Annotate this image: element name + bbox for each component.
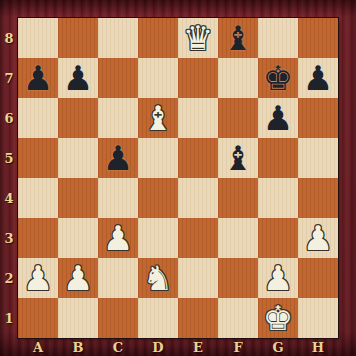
square-h8[interactable] [298,18,338,58]
square-c4[interactable] [98,178,138,218]
square-a6[interactable] [18,98,58,138]
square-a1[interactable] [18,298,58,338]
file-coordinates: A B C D E F G H [18,338,338,356]
square-e4[interactable] [178,178,218,218]
black-bishop[interactable]: ♝ [218,18,258,58]
square-f8[interactable]: ♝ [218,18,258,58]
file-label: A [18,338,58,356]
square-f1[interactable] [218,298,258,338]
square-b2[interactable]: ♟ [58,258,98,298]
square-h5[interactable] [298,138,338,178]
square-f2[interactable] [218,258,258,298]
white-pawn[interactable]: ♟ [258,258,298,298]
square-d2[interactable]: ♞ [138,258,178,298]
square-f3[interactable] [218,218,258,258]
square-g4[interactable] [258,178,298,218]
white-knight[interactable]: ♞ [138,258,178,298]
chessboard-frame: 8 7 6 5 4 3 2 1 ♛♝♟♟♚♟♝♟♟♝♟♟♟♟♞♟♚ A B C … [0,0,356,356]
square-g8[interactable] [258,18,298,58]
square-a7[interactable]: ♟ [18,58,58,98]
square-b5[interactable] [58,138,98,178]
square-h3[interactable]: ♟ [298,218,338,258]
square-d8[interactable] [138,18,178,58]
white-pawn[interactable]: ♟ [98,218,138,258]
square-f4[interactable] [218,178,258,218]
square-f5[interactable]: ♝ [218,138,258,178]
square-h7[interactable]: ♟ [298,58,338,98]
white-king[interactable]: ♚ [258,298,298,338]
white-pawn[interactable]: ♟ [298,218,338,258]
square-d5[interactable] [138,138,178,178]
square-h6[interactable] [298,98,338,138]
square-e3[interactable] [178,218,218,258]
square-c7[interactable] [98,58,138,98]
file-label: E [178,338,218,356]
square-g3[interactable] [258,218,298,258]
square-a4[interactable] [18,178,58,218]
square-e5[interactable] [178,138,218,178]
rank-label: 8 [0,18,18,58]
black-pawn[interactable]: ♟ [18,58,58,98]
file-label: C [98,338,138,356]
square-a8[interactable] [18,18,58,58]
square-b6[interactable] [58,98,98,138]
rank-label: 3 [0,218,18,258]
square-c2[interactable] [98,258,138,298]
square-h1[interactable] [298,298,338,338]
rank-label: 2 [0,258,18,298]
file-label: H [298,338,338,356]
square-a3[interactable] [18,218,58,258]
square-e1[interactable] [178,298,218,338]
square-b7[interactable]: ♟ [58,58,98,98]
black-pawn[interactable]: ♟ [58,58,98,98]
rank-label: 6 [0,98,18,138]
white-bishop[interactable]: ♝ [138,98,178,138]
square-e7[interactable] [178,58,218,98]
square-b8[interactable] [58,18,98,58]
square-d1[interactable] [138,298,178,338]
white-queen[interactable]: ♛ [178,18,218,58]
square-e2[interactable] [178,258,218,298]
white-pawn[interactable]: ♟ [18,258,58,298]
file-label: G [258,338,298,356]
square-g7[interactable]: ♚ [258,58,298,98]
square-d3[interactable] [138,218,178,258]
square-g6[interactable]: ♟ [258,98,298,138]
square-c6[interactable] [98,98,138,138]
square-a2[interactable]: ♟ [18,258,58,298]
black-pawn[interactable]: ♟ [298,58,338,98]
rank-label: 5 [0,138,18,178]
square-b1[interactable] [58,298,98,338]
file-label: F [218,338,258,356]
rank-label: 4 [0,178,18,218]
rank-label: 1 [0,298,18,338]
square-d7[interactable] [138,58,178,98]
square-b4[interactable] [58,178,98,218]
black-king[interactable]: ♚ [258,58,298,98]
square-f6[interactable] [218,98,258,138]
square-c8[interactable] [98,18,138,58]
black-pawn[interactable]: ♟ [98,138,138,178]
square-g5[interactable] [258,138,298,178]
square-c1[interactable] [98,298,138,338]
white-pawn[interactable]: ♟ [58,258,98,298]
square-g1[interactable]: ♚ [258,298,298,338]
square-c3[interactable]: ♟ [98,218,138,258]
square-h4[interactable] [298,178,338,218]
square-d6[interactable]: ♝ [138,98,178,138]
square-h2[interactable] [298,258,338,298]
rank-coordinates: 8 7 6 5 4 3 2 1 [0,18,18,338]
square-a5[interactable] [18,138,58,178]
file-label: D [138,338,178,356]
square-e6[interactable] [178,98,218,138]
file-label: B [58,338,98,356]
square-e8[interactable]: ♛ [178,18,218,58]
rank-label: 7 [0,58,18,98]
square-f7[interactable] [218,58,258,98]
square-d4[interactable] [138,178,178,218]
black-bishop[interactable]: ♝ [218,138,258,178]
chess-board: ♛♝♟♟♚♟♝♟♟♝♟♟♟♟♞♟♚ [18,18,338,338]
square-c5[interactable]: ♟ [98,138,138,178]
square-g2[interactable]: ♟ [258,258,298,298]
square-b3[interactable] [58,218,98,258]
black-pawn[interactable]: ♟ [258,98,298,138]
